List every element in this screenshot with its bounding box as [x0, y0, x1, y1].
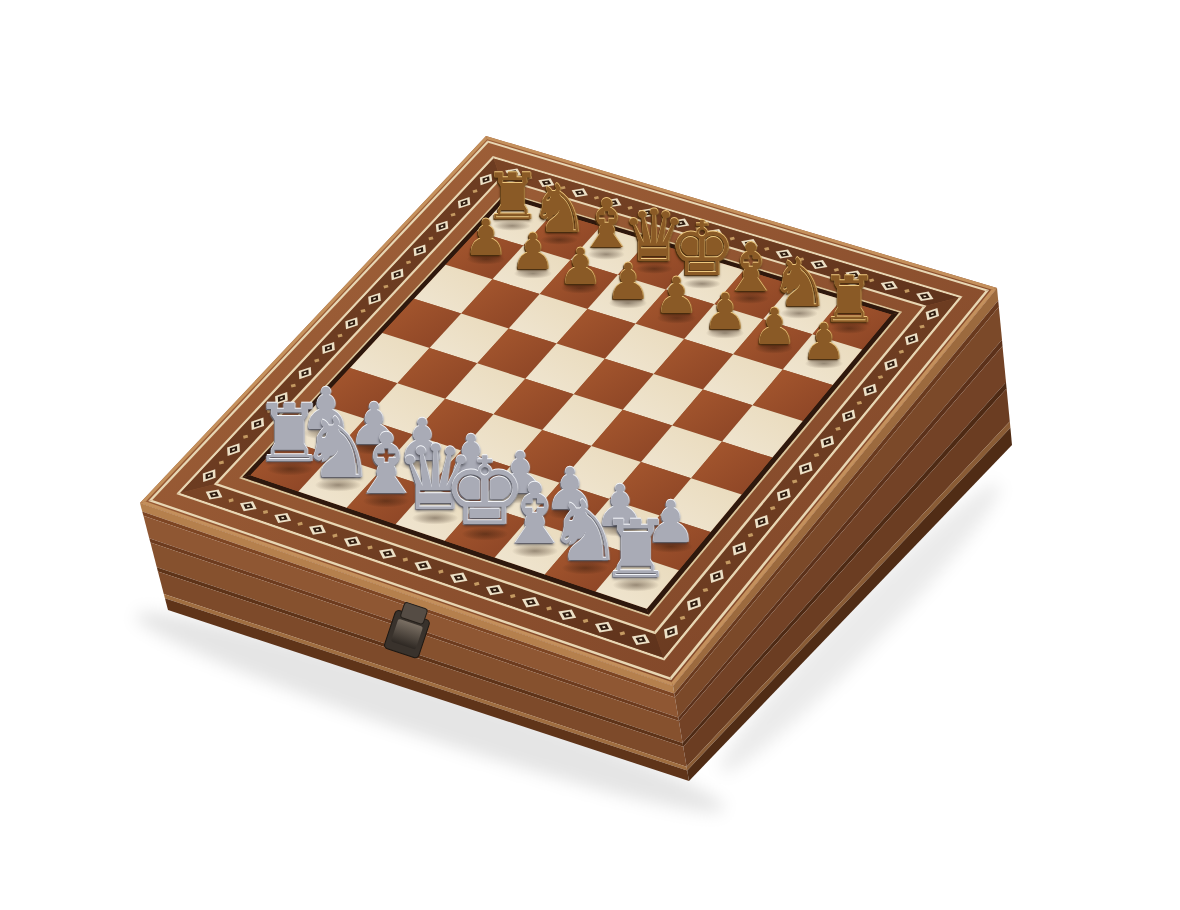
piece-black-pawn-d7[interactable]: ♟	[606, 257, 651, 307]
pieces-layer: ♜♞♝♛♚♝♞♜♟♟♟♟♟♟♟♟♟♟♟♟♟♟♟♟♜♞♝♛♚♝♞♜	[0, 0, 1180, 910]
piece-black-pawn-g7[interactable]: ♟	[752, 302, 797, 352]
piece-black-pawn-a7[interactable]: ♟	[464, 213, 509, 263]
piece-black-pawn-b7[interactable]: ♟	[511, 227, 556, 277]
piece-black-pawn-c7[interactable]: ♟	[558, 242, 603, 292]
piece-black-pawn-h7[interactable]: ♟	[802, 317, 847, 367]
piece-white-rook-h1[interactable]: ♜	[600, 510, 672, 590]
piece-black-pawn-e7[interactable]: ♟	[654, 271, 699, 321]
piece-black-pawn-f7[interactable]: ♟	[703, 287, 748, 337]
chess-set-photo: ♜♞♝♛♚♝♞♜♟♟♟♟♟♟♟♟♟♟♟♟♟♟♟♟♜♞♝♛♚♝♞♜	[0, 0, 1180, 910]
